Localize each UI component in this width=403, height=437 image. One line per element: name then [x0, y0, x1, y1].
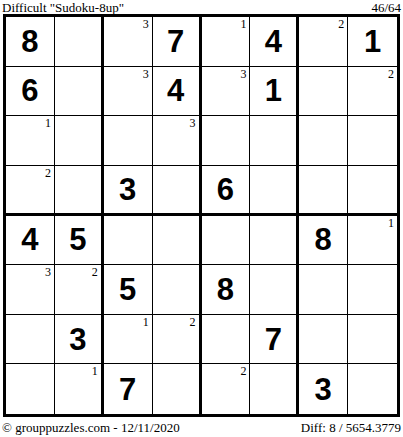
cell-r4c2[interactable] — [55, 166, 104, 216]
cell-r2c4[interactable]: 4 — [153, 67, 202, 117]
corner-mark: 1 — [45, 116, 51, 131]
cell-r7c4[interactable]: 2 — [153, 315, 202, 365]
cell-r4c7[interactable] — [299, 166, 348, 216]
cell-r4c3[interactable]: 3 — [104, 166, 153, 216]
given-digit: 7 — [119, 374, 136, 405]
cell-r8c5[interactable]: 2 — [202, 364, 251, 414]
cell-r7c5[interactable] — [202, 315, 251, 365]
cell-r4c5[interactable]: 6 — [202, 166, 251, 216]
corner-mark: 2 — [338, 17, 344, 32]
cell-r3c4[interactable]: 3 — [153, 116, 202, 166]
corner-mark: 1 — [240, 17, 246, 32]
cell-r6c1[interactable]: 3 — [6, 265, 55, 315]
corner-mark: 2 — [388, 67, 394, 82]
copyright-text: © grouppuzzles.com - 12/11/2020 — [2, 421, 180, 435]
cell-r2c1[interactable]: 6 — [6, 67, 55, 117]
puzzle-title: Difficult "Sudoku-8up" — [2, 1, 124, 14]
cell-r7c1[interactable] — [6, 315, 55, 365]
cell-r1c1[interactable]: 8 — [6, 17, 55, 67]
given-digit: 8 — [21, 26, 38, 57]
cell-r3c5[interactable] — [202, 116, 251, 166]
cell-r7c2[interactable]: 3 — [55, 315, 104, 365]
corner-mark: 3 — [190, 116, 196, 131]
corner-mark: 1 — [92, 364, 98, 379]
sudoku-grid: 8371421634312132364581325831271723 — [3, 14, 400, 417]
cell-r3c8[interactable] — [348, 116, 397, 166]
given-digit: 5 — [119, 274, 136, 305]
corner-mark: 3 — [143, 67, 149, 82]
corner-mark: 2 — [92, 265, 98, 280]
cell-r5c7[interactable]: 8 — [299, 216, 348, 266]
given-digit: 3 — [69, 324, 86, 355]
given-digit: 4 — [21, 224, 38, 255]
cell-r4c8[interactable] — [348, 166, 397, 216]
cell-r8c1[interactable] — [6, 364, 55, 414]
cell-r1c7[interactable]: 2 — [299, 17, 348, 67]
given-digit: 8 — [217, 274, 234, 305]
cell-r6c8[interactable] — [348, 265, 397, 315]
difficulty-text: Diff: 8 / 5654.3779 — [301, 421, 401, 435]
cell-r5c5[interactable] — [202, 216, 251, 266]
cell-r2c3[interactable]: 3 — [104, 67, 153, 117]
cell-counter: 46/64 — [371, 1, 401, 14]
given-digit: 7 — [167, 26, 184, 57]
given-digit: 6 — [217, 174, 234, 205]
corner-mark: 2 — [45, 166, 51, 181]
cell-r1c6[interactable]: 4 — [250, 17, 299, 67]
cell-r8c4[interactable] — [153, 364, 202, 414]
given-digit: 7 — [265, 324, 282, 355]
cell-r8c2[interactable]: 1 — [55, 364, 104, 414]
given-digit: 4 — [265, 26, 282, 57]
cell-r6c4[interactable] — [153, 265, 202, 315]
cell-r8c8[interactable] — [348, 364, 397, 414]
corner-mark: 3 — [240, 67, 246, 82]
cell-r1c8[interactable]: 1 — [348, 17, 397, 67]
cell-r3c2[interactable] — [55, 116, 104, 166]
cell-r8c6[interactable] — [250, 364, 299, 414]
cell-r7c3[interactable]: 1 — [104, 315, 153, 365]
given-digit: 5 — [69, 224, 86, 255]
cell-r2c2[interactable] — [55, 67, 104, 117]
cell-r8c3[interactable]: 7 — [104, 364, 153, 414]
cell-r5c6[interactable] — [250, 216, 299, 266]
cell-r6c7[interactable] — [299, 265, 348, 315]
given-digit: 3 — [119, 174, 136, 205]
cell-r8c7[interactable]: 3 — [299, 364, 348, 414]
cell-r4c6[interactable] — [250, 166, 299, 216]
footer-bar: © grouppuzzles.com - 12/11/2020 Diff: 8 … — [0, 417, 403, 435]
cell-r4c1[interactable]: 2 — [6, 166, 55, 216]
cell-r1c5[interactable]: 1 — [202, 17, 251, 67]
cell-r5c4[interactable] — [153, 216, 202, 266]
cell-r3c3[interactable] — [104, 116, 153, 166]
given-digit: 4 — [167, 75, 184, 106]
cell-r2c8[interactable]: 2 — [348, 67, 397, 117]
corner-mark: 3 — [143, 17, 149, 32]
cell-r5c1[interactable]: 4 — [6, 216, 55, 266]
cell-r1c3[interactable]: 3 — [104, 17, 153, 67]
cell-r6c2[interactable]: 2 — [55, 265, 104, 315]
cell-r6c3[interactable]: 5 — [104, 265, 153, 315]
cell-r1c2[interactable] — [55, 17, 104, 67]
cell-r1c4[interactable]: 7 — [153, 17, 202, 67]
given-digit: 1 — [364, 26, 381, 57]
cell-r2c7[interactable] — [299, 67, 348, 117]
cell-r7c8[interactable] — [348, 315, 397, 365]
cell-r5c3[interactable] — [104, 216, 153, 266]
given-digit: 8 — [315, 224, 332, 255]
cell-r5c8[interactable]: 1 — [348, 216, 397, 266]
cell-r6c5[interactable]: 8 — [202, 265, 251, 315]
cell-r6c6[interactable] — [250, 265, 299, 315]
cell-r3c1[interactable]: 1 — [6, 116, 55, 166]
cell-r3c6[interactable] — [250, 116, 299, 166]
cell-r2c5[interactable]: 3 — [202, 67, 251, 117]
cell-r2c6[interactable]: 1 — [250, 67, 299, 117]
cell-r5c2[interactable]: 5 — [55, 216, 104, 266]
corner-mark: 3 — [45, 265, 51, 280]
given-digit: 6 — [21, 75, 38, 106]
cell-r3c7[interactable] — [299, 116, 348, 166]
corner-mark: 1 — [143, 315, 149, 330]
cell-r7c6[interactable]: 7 — [250, 315, 299, 365]
given-digit: 1 — [265, 75, 282, 106]
header-bar: Difficult "Sudoku-8up" 46/64 — [0, 0, 403, 14]
corner-mark: 1 — [388, 216, 394, 231]
cell-r4c4[interactable] — [153, 166, 202, 216]
cell-r7c7[interactable] — [299, 315, 348, 365]
given-digit: 3 — [315, 374, 332, 405]
corner-mark: 2 — [240, 364, 246, 379]
corner-mark: 2 — [190, 315, 196, 330]
